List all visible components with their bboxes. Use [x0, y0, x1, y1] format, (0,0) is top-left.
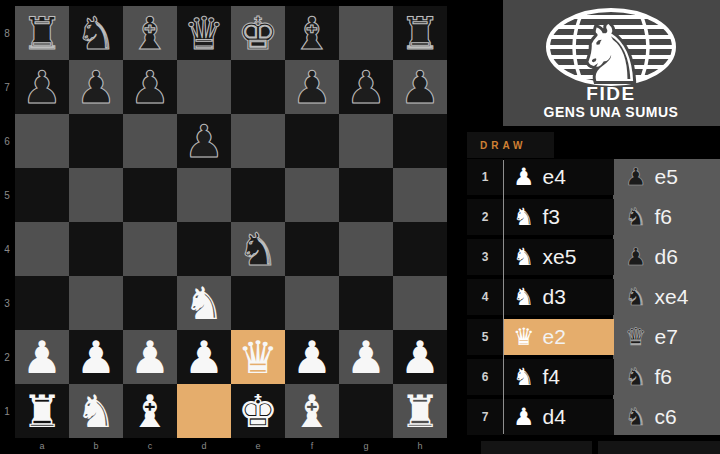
square-f1[interactable]: ♝ [285, 384, 339, 438]
piece-black-bishop[interactable]: ♝ [123, 6, 177, 60]
square-h7[interactable]: ♟ [393, 60, 447, 114]
move-san: xe4 [655, 285, 689, 309]
piece-black-pawn[interactable]: ♟ [339, 60, 393, 114]
square-g8[interactable] [339, 6, 393, 60]
move-san: e4 [543, 165, 566, 189]
square-c2[interactable]: ♟ [123, 330, 177, 384]
square-b6[interactable] [69, 114, 123, 168]
fide-title: FIDE [586, 83, 635, 104]
move-row-1: 1♟e4♟e5 [467, 159, 720, 195]
white-knight-icon: ♞ [513, 239, 535, 275]
piece-black-rook[interactable]: ♜ [393, 6, 447, 60]
piece-black-pawn[interactable]: ♟ [15, 60, 69, 114]
square-d3[interactable]: ♞ [177, 276, 231, 330]
square-e3[interactable] [231, 276, 285, 330]
rank-label-1: 1 [0, 406, 14, 417]
square-b5[interactable] [69, 168, 123, 222]
black-move-6[interactable]: ♞f6 [614, 359, 720, 395]
white-move-4[interactable]: ♞d3 [504, 279, 614, 315]
white-knight-icon: ♞ [513, 199, 535, 235]
move-san: xe5 [543, 245, 577, 269]
black-move-2[interactable]: ♞f6 [614, 199, 720, 235]
rank-label-4: 4 [0, 244, 14, 255]
square-d8[interactable]: ♛ [177, 6, 231, 60]
move-row-3: 3♞xe5♟d6 [467, 239, 720, 275]
square-h6[interactable] [393, 114, 447, 168]
square-g1[interactable] [339, 384, 393, 438]
white-knight-icon: ♞ [513, 279, 535, 315]
piece-black-knight[interactable]: ♞ [69, 6, 123, 60]
piece-white-bishop[interactable]: ♝ [123, 384, 177, 438]
square-c6[interactable] [123, 114, 177, 168]
square-a7[interactable]: ♟ [15, 60, 69, 114]
square-e4[interactable]: ♞ [231, 222, 285, 276]
square-e6[interactable] [231, 114, 285, 168]
piece-white-king[interactable]: ♚ [231, 384, 285, 438]
square-h3[interactable] [393, 276, 447, 330]
square-b4[interactable] [69, 222, 123, 276]
square-b1[interactable]: ♞ [69, 384, 123, 438]
square-b8[interactable]: ♞ [69, 6, 123, 60]
rank-label-7: 7 [0, 82, 14, 93]
square-a5[interactable] [15, 168, 69, 222]
piece-black-pawn[interactable]: ♟ [285, 60, 339, 114]
square-g7[interactable]: ♟ [339, 60, 393, 114]
piece-white-rook[interactable]: ♜ [15, 384, 69, 438]
square-f5[interactable] [285, 168, 339, 222]
white-move-5[interactable]: ♛e2 [504, 319, 614, 355]
app-root: ♜♞♝♛♚♝♜♟♟♟♟♟♟♟♞♞♟♟♟♟♛♟♟♟♜♞♝♚♝♜ 87654321a… [0, 0, 720, 454]
black-move-4[interactable]: ♞xe4 [614, 279, 720, 315]
move-san: d4 [543, 405, 566, 429]
fide-motto: GENS UNA SUMUS [544, 104, 679, 120]
square-e2[interactable]: ♛ [231, 330, 285, 384]
black-move-3[interactable]: ♟d6 [614, 239, 720, 275]
move-number: 6 [467, 359, 503, 395]
square-e7[interactable] [231, 60, 285, 114]
white-knight-icon: ♞ [513, 359, 535, 395]
fide-logo: ♞ FIDE GENS UNA SUMUS [503, 0, 720, 126]
next-move-black-cell[interactable] [598, 441, 720, 454]
piece-black-pawn[interactable]: ♟ [123, 60, 177, 114]
square-c1[interactable]: ♝ [123, 384, 177, 438]
square-f6[interactable] [285, 114, 339, 168]
square-b2[interactable]: ♟ [69, 330, 123, 384]
square-f2[interactable]: ♟ [285, 330, 339, 384]
square-d5[interactable] [177, 168, 231, 222]
square-d1[interactable] [177, 384, 231, 438]
square-c4[interactable] [123, 222, 177, 276]
file-label-e: e [231, 441, 285, 451]
piece-black-pawn[interactable]: ♟ [69, 60, 123, 114]
file-label-d: d [177, 441, 231, 451]
black-knight-icon: ♞ [625, 399, 647, 435]
square-g6[interactable] [339, 114, 393, 168]
square-e5[interactable] [231, 168, 285, 222]
move-san: f6 [655, 365, 673, 389]
square-a3[interactable] [15, 276, 69, 330]
square-c8[interactable]: ♝ [123, 6, 177, 60]
square-d7[interactable] [177, 60, 231, 114]
square-d4[interactable] [177, 222, 231, 276]
piece-white-knight[interactable]: ♞ [177, 276, 231, 330]
piece-black-pawn[interactable]: ♟ [177, 114, 231, 168]
piece-white-pawn[interactable]: ♟ [15, 330, 69, 384]
square-a1[interactable]: ♜ [15, 384, 69, 438]
white-move-6[interactable]: ♞f4 [504, 359, 614, 395]
fide-logo-panel: ♞ FIDE GENS UNA SUMUS [503, 0, 720, 126]
square-h5[interactable] [393, 168, 447, 222]
move-san: c6 [655, 405, 677, 429]
piece-white-bishop[interactable]: ♝ [285, 384, 339, 438]
white-queen-icon: ♛ [513, 319, 535, 355]
piece-black-knight[interactable]: ♞ [231, 222, 285, 276]
move-san: f3 [543, 205, 561, 229]
square-c3[interactable] [123, 276, 177, 330]
square-h8[interactable]: ♜ [393, 6, 447, 60]
white-pawn-icon: ♟ [513, 399, 535, 435]
move-san: f6 [655, 205, 673, 229]
square-h4[interactable] [393, 222, 447, 276]
piece-white-knight[interactable]: ♞ [69, 384, 123, 438]
square-h1[interactable]: ♜ [393, 384, 447, 438]
black-pawn-icon: ♟ [625, 159, 647, 195]
square-f8[interactable]: ♝ [285, 6, 339, 60]
move-number: 5 [467, 319, 503, 355]
move-row-7: 7♟d4♞c6 [467, 399, 720, 435]
white-move-1[interactable]: ♟e4 [504, 159, 614, 195]
move-row-2: 2♞f3♞f6 [467, 199, 720, 235]
square-g4[interactable] [339, 222, 393, 276]
square-a4[interactable] [15, 222, 69, 276]
piece-white-pawn[interactable]: ♟ [339, 330, 393, 384]
piece-black-bishop[interactable]: ♝ [285, 6, 339, 60]
file-label-b: b [69, 441, 123, 451]
chess-board: ♜♞♝♛♚♝♜♟♟♟♟♟♟♟♞♞♟♟♟♟♛♟♟♟♜♞♝♚♝♜ [15, 6, 447, 438]
black-move-1[interactable]: ♟e5 [614, 159, 720, 195]
square-g2[interactable]: ♟ [339, 330, 393, 384]
white-move-2[interactable]: ♞f3 [504, 199, 614, 235]
rank-label-5: 5 [0, 190, 14, 201]
rank-label-3: 3 [0, 298, 14, 309]
piece-black-queen[interactable]: ♛ [177, 6, 231, 60]
file-label-f: f [285, 441, 339, 451]
square-f7[interactable]: ♟ [285, 60, 339, 114]
move-row-6: 6♞f4♞f6 [467, 359, 720, 395]
move-san: e7 [655, 325, 678, 349]
black-knight-icon: ♞ [625, 199, 647, 235]
move-san: e2 [543, 325, 566, 349]
square-h2[interactable]: ♟ [393, 330, 447, 384]
square-g5[interactable] [339, 168, 393, 222]
black-move-5[interactable]: ♛e7 [614, 319, 720, 355]
square-d6[interactable]: ♟ [177, 114, 231, 168]
file-label-h: h [393, 441, 447, 451]
piece-white-queen[interactable]: ♛ [231, 330, 285, 384]
square-a8[interactable]: ♜ [15, 6, 69, 60]
game-result-badge: DRAW [467, 132, 554, 158]
square-f4[interactable] [285, 222, 339, 276]
square-c5[interactable] [123, 168, 177, 222]
rank-label-2: 2 [0, 352, 14, 363]
move-san: f4 [543, 365, 561, 389]
move-row-5: 5♛e2♛e7 [467, 319, 720, 355]
piece-white-pawn[interactable]: ♟ [177, 330, 231, 384]
white-move-3[interactable]: ♞xe5 [504, 239, 614, 275]
file-label-a: a [15, 441, 69, 451]
square-e1[interactable]: ♚ [231, 384, 285, 438]
square-a2[interactable]: ♟ [15, 330, 69, 384]
black-knight-icon: ♞ [625, 359, 647, 395]
piece-black-king[interactable]: ♚ [231, 6, 285, 60]
square-b7[interactable]: ♟ [69, 60, 123, 114]
white-pawn-icon: ♟ [513, 159, 535, 195]
square-b3[interactable] [69, 276, 123, 330]
move-san: d3 [543, 285, 566, 309]
move-row-4: 4♞d3♞xe4 [467, 279, 720, 315]
move-number: 4 [467, 279, 503, 315]
black-knight-icon: ♞ [625, 279, 647, 315]
piece-white-pawn[interactable]: ♟ [69, 330, 123, 384]
square-a6[interactable] [15, 114, 69, 168]
move-san: d6 [655, 245, 678, 269]
square-g3[interactable] [339, 276, 393, 330]
piece-black-pawn[interactable]: ♟ [393, 60, 447, 114]
file-label-g: g [339, 441, 393, 451]
move-san: e5 [655, 165, 678, 189]
square-e8[interactable]: ♚ [231, 6, 285, 60]
rank-label-8: 8 [0, 28, 14, 39]
black-pawn-icon: ♟ [625, 239, 647, 275]
move-number: 7 [467, 399, 503, 435]
move-number: 3 [467, 239, 503, 275]
black-queen-icon: ♛ [625, 319, 647, 355]
move-number: 2 [467, 199, 503, 235]
piece-black-rook[interactable]: ♜ [15, 6, 69, 60]
white-move-7[interactable]: ♟d4 [504, 399, 614, 435]
piece-white-pawn[interactable]: ♟ [393, 330, 447, 384]
move-list: 1♟e4♟e52♞f3♞f63♞xe5♟d64♞d3♞xe45♛e2♛e76♞f… [467, 159, 720, 439]
square-d2[interactable]: ♟ [177, 330, 231, 384]
file-label-c: c [123, 441, 177, 451]
move-number: 1 [467, 159, 503, 195]
black-move-7[interactable]: ♞c6 [614, 399, 720, 435]
piece-white-rook[interactable]: ♜ [393, 384, 447, 438]
square-c7[interactable]: ♟ [123, 60, 177, 114]
rank-label-6: 6 [0, 136, 14, 147]
square-f3[interactable] [285, 276, 339, 330]
next-move-white-cell[interactable] [481, 441, 592, 454]
piece-white-pawn[interactable]: ♟ [285, 330, 339, 384]
piece-white-pawn[interactable]: ♟ [123, 330, 177, 384]
